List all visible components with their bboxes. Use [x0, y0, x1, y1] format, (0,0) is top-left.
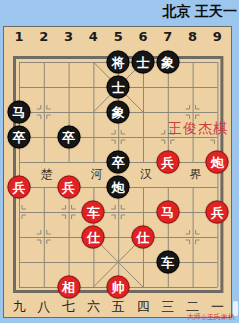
piece-glyph: 车	[161, 256, 174, 269]
star-point-mark	[62, 205, 66, 209]
star-point-mark	[196, 115, 200, 119]
star-point-mark	[196, 240, 200, 244]
piece-red-兵[interactable]: 兵	[8, 176, 31, 199]
piece-red-车[interactable]: 车	[82, 201, 105, 224]
piece-black-马[interactable]: 马	[8, 101, 31, 124]
star-point-mark	[196, 230, 200, 234]
star-point-mark	[111, 130, 115, 134]
piece-glyph: 相	[62, 281, 75, 294]
piece-black-将[interactable]: 将	[107, 51, 130, 74]
star-point-mark	[196, 105, 200, 109]
file-number-top: 5	[109, 30, 127, 44]
piece-glyph: 卒	[62, 131, 75, 144]
piece-glyph: 兵	[211, 206, 224, 219]
piece-red-仕[interactable]: 仕	[82, 226, 105, 249]
star-point-mark	[121, 130, 125, 134]
match-title: 北京 王天一	[162, 3, 237, 21]
star-point-mark	[72, 215, 76, 219]
star-point-mark	[111, 205, 115, 209]
river-char: 河	[89, 167, 103, 181]
star-point-mark	[72, 205, 76, 209]
file-number-top: 1	[10, 30, 28, 44]
star-point-mark	[161, 140, 165, 144]
star-point-mark	[47, 240, 51, 244]
piece-black-炮[interactable]: 炮	[107, 176, 130, 199]
file-number-bottom: 六	[84, 300, 102, 314]
star-point-mark	[22, 205, 26, 209]
piece-black-卒[interactable]: 卒	[8, 126, 31, 149]
piece-glyph: 兵	[62, 181, 75, 194]
piece-black-士[interactable]: 士	[107, 76, 130, 99]
file-number-top: 3	[60, 30, 78, 44]
piece-red-兵[interactable]: 兵	[156, 151, 179, 174]
piece-red-炮[interactable]: 炮	[206, 151, 229, 174]
river-char: 汉	[139, 167, 153, 181]
piece-glyph: 兵	[161, 156, 174, 169]
file-number-bottom: 五	[109, 300, 127, 314]
star-point-mark	[121, 140, 125, 144]
star-point-mark	[37, 240, 41, 244]
file-number-top: 8	[184, 30, 202, 44]
file-number-bottom: 七	[60, 300, 78, 314]
corner-widget	[233, 301, 238, 316]
piece-red-仕[interactable]: 仕	[132, 226, 155, 249]
piece-black-卒[interactable]: 卒	[107, 151, 130, 174]
piece-red-相[interactable]: 相	[57, 276, 80, 299]
file-number-top: 2	[35, 30, 53, 44]
star-point-mark	[62, 215, 66, 219]
river-char: 界	[189, 167, 203, 181]
piece-glyph: 兵	[13, 181, 26, 194]
star-point-mark	[186, 240, 190, 244]
file-number-top: 7	[159, 30, 177, 44]
piece-glyph: 士	[112, 81, 125, 94]
piece-glyph: 将	[112, 56, 125, 69]
piece-glyph: 象	[112, 106, 125, 119]
star-point-mark	[161, 130, 165, 134]
piece-black-士[interactable]: 士	[132, 51, 155, 74]
piece-black-象[interactable]: 象	[107, 101, 130, 124]
star-point-mark	[121, 215, 125, 219]
file-number-bottom: 九	[10, 300, 28, 314]
piece-glyph: 帅	[112, 281, 125, 294]
star-point-mark	[37, 230, 41, 234]
piece-black-象[interactable]: 象	[156, 51, 179, 74]
piece-glyph: 卒	[13, 131, 26, 144]
corner-watermark: 大师◎王氏象棋	[187, 312, 235, 322]
file-number-top: 6	[134, 30, 152, 44]
river-char: 楚	[40, 167, 54, 181]
star-point-mark	[210, 140, 214, 144]
star-point-mark	[186, 105, 190, 109]
piece-glyph: 马	[13, 106, 26, 119]
board-watermark: 王俊杰棋	[168, 120, 228, 138]
file-number-bottom: 八	[35, 300, 53, 314]
piece-glyph: 炮	[211, 156, 224, 169]
file-number-bottom: 三	[159, 300, 177, 314]
star-point-mark	[111, 215, 115, 219]
file-number-top: 9	[208, 30, 226, 44]
piece-glyph: 马	[161, 206, 174, 219]
star-point-mark	[186, 230, 190, 234]
piece-glyph: 炮	[112, 181, 125, 194]
file-number-bottom: 四	[134, 300, 152, 314]
star-point-mark	[22, 215, 26, 219]
star-point-mark	[37, 115, 41, 119]
star-point-mark	[121, 205, 125, 209]
piece-glyph: 车	[87, 206, 100, 219]
star-point-mark	[171, 140, 175, 144]
piece-red-马[interactable]: 马	[156, 201, 179, 224]
piece-glyph: 象	[161, 56, 174, 69]
piece-red-兵[interactable]: 兵	[57, 176, 80, 199]
piece-black-车[interactable]: 车	[156, 251, 179, 274]
piece-black-卒[interactable]: 卒	[57, 126, 80, 149]
star-point-mark	[47, 230, 51, 234]
app: 北京 王天一 123456789九八七六五四三二一楚河汉界将士象士马象卒卒卒兵炮…	[0, 0, 239, 323]
piece-glyph: 仕	[137, 231, 150, 244]
piece-glyph: 仕	[87, 231, 100, 244]
file-number-top: 4	[84, 30, 102, 44]
star-point-mark	[186, 115, 190, 119]
piece-glyph: 卒	[112, 156, 125, 169]
piece-red-兵[interactable]: 兵	[206, 201, 229, 224]
star-point-mark	[37, 105, 41, 109]
piece-glyph: 士	[137, 56, 150, 69]
star-point-mark	[47, 105, 51, 109]
star-point-mark	[47, 115, 51, 119]
board-panel[interactable]: 123456789九八七六五四三二一楚河汉界将士象士马象卒卒卒兵炮兵兵炮车马兵仕…	[3, 26, 232, 318]
star-point-mark	[111, 140, 115, 144]
piece-red-帅[interactable]: 帅	[107, 276, 130, 299]
